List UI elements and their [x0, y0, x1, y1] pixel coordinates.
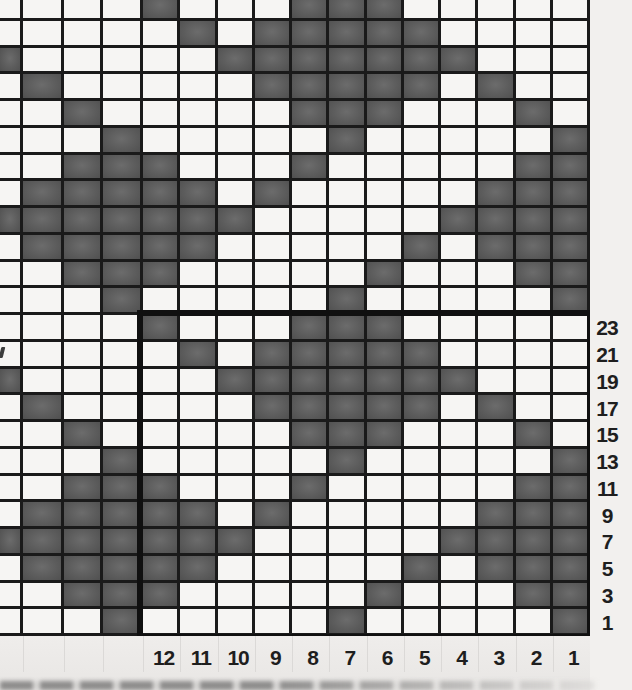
stitch-cell-light [23, 476, 64, 503]
stitch-cell-dark [553, 556, 590, 583]
stitch-cell-dark [329, 395, 366, 422]
stitch-cell-dark [404, 74, 441, 101]
stitch-cell-light [255, 235, 292, 262]
stitch-cell-light [143, 449, 180, 476]
stitch-cell-light [292, 583, 329, 610]
stitch-cell-light [23, 48, 64, 75]
stitch-cell-dark [103, 476, 143, 503]
stitch-cell-light [64, 0, 103, 21]
stitch-cell-light [180, 74, 217, 101]
row-number-label: 21 [590, 342, 624, 369]
stitch-cell-light [103, 315, 143, 342]
stitch-cell-light [404, 609, 441, 636]
stitch-cell-light [0, 128, 23, 155]
stitch-cell-dark [103, 208, 143, 235]
stitch-cell-dark [478, 235, 515, 262]
stitch-cell-dark [143, 235, 180, 262]
stitch-cell-light [218, 609, 255, 636]
stitch-cell-dark [367, 262, 404, 289]
stitch-cell-dark [404, 235, 441, 262]
row-number-label: 9 [590, 502, 624, 529]
stitch-cell-dark [180, 342, 217, 369]
stitch-cell-dark [143, 502, 180, 529]
stitch-cell-dark [143, 476, 180, 503]
stitch-cell-light [180, 369, 217, 396]
stitch-cell-light [64, 128, 103, 155]
stitch-cell-light [478, 0, 515, 21]
stitch-cell-dark [64, 181, 103, 208]
stitch-cell-light [23, 128, 64, 155]
stitch-cell-dark [292, 21, 329, 48]
stitch-cell-light [329, 583, 366, 610]
stitch-cell-light [404, 529, 441, 556]
stitch-cell-light [255, 315, 292, 342]
stitch-cell-light [478, 369, 515, 396]
stitch-cell-light [367, 502, 404, 529]
stitch-cell-dark [404, 21, 441, 48]
stitch-cell-light [404, 315, 441, 342]
stitch-cell-light [404, 262, 441, 289]
stitch-cell-light [64, 449, 103, 476]
stitch-cell-light [218, 128, 255, 155]
stitch-cell-light [292, 288, 329, 315]
column-number-label: 2 [531, 646, 542, 670]
stitch-cell-light [516, 128, 553, 155]
stitch-cell-light [292, 449, 329, 476]
ghost-gridline [553, 636, 554, 672]
ghost-gridline [23, 636, 24, 672]
stitch-cell-dark [329, 288, 366, 315]
stitch-cell-light [478, 476, 515, 503]
stitch-cell-light [23, 342, 64, 369]
stitch-cell-light [404, 476, 441, 503]
stitch-cell-dark [478, 74, 515, 101]
stitch-cell-light [0, 449, 23, 476]
stitch-cell-light [0, 288, 23, 315]
stitch-cell-dark [180, 235, 217, 262]
stitch-cell-dark [180, 208, 217, 235]
stitch-cell-dark [478, 208, 515, 235]
stitch-cell-dark [255, 74, 292, 101]
stitch-cell-light [441, 315, 478, 342]
stitch-cell-dark [553, 476, 590, 503]
stitch-cell-light [478, 21, 515, 48]
stitch-cell-light [180, 315, 217, 342]
stitch-cell-dark [367, 48, 404, 75]
ghost-gridline [404, 636, 405, 672]
stitch-cell-light [143, 74, 180, 101]
stitch-cell-light [23, 262, 64, 289]
stitch-cell-light [23, 583, 64, 610]
stitch-cell-light [367, 449, 404, 476]
stitch-cell-dark [23, 529, 64, 556]
stitch-cell-light [404, 0, 441, 21]
stitch-cell-light [367, 529, 404, 556]
stitch-cell-dark [143, 583, 180, 610]
column-number-label: 7 [345, 646, 356, 670]
stitch-cell-dark [329, 609, 366, 636]
stitch-cell-light [0, 74, 23, 101]
stitch-cell-light [0, 0, 23, 21]
stitch-cell-light [218, 583, 255, 610]
stitch-cell-dark [180, 181, 217, 208]
stitch-cell-dark [180, 529, 217, 556]
stitch-cell-dark [64, 262, 103, 289]
ghost-gridline [292, 636, 293, 672]
stitch-cell-dark [292, 342, 329, 369]
stitch-cell-light [329, 502, 366, 529]
stitch-cell-dark [255, 395, 292, 422]
stitch-cell-light [0, 101, 23, 128]
stitch-cell-dark [329, 101, 366, 128]
stitch-cell-light [23, 101, 64, 128]
stitch-cell-light [404, 208, 441, 235]
stitch-cell-light [329, 155, 366, 182]
stitch-cell-dark [103, 128, 143, 155]
stitch-cell-dark [0, 48, 23, 75]
stitch-cell-dark [292, 48, 329, 75]
row-number-label: 15 [590, 422, 624, 449]
column-number-label: 11 [191, 646, 211, 670]
stitch-cell-light [441, 583, 478, 610]
stitch-cell-light [441, 422, 478, 449]
stitch-cell-dark [103, 609, 143, 636]
stitch-cell-light [367, 208, 404, 235]
stitch-cell-dark [404, 395, 441, 422]
stitch-cell-dark [553, 449, 590, 476]
stitch-cell-light [0, 422, 23, 449]
stitch-cell-light [441, 155, 478, 182]
stitch-cell-light [180, 262, 217, 289]
stitch-cell-dark [23, 74, 64, 101]
stitch-cell-light [553, 74, 590, 101]
stitch-cell-dark [143, 262, 180, 289]
stitch-cell-light [143, 395, 180, 422]
stitch-cell-dark [553, 128, 590, 155]
stitch-cell-light [441, 609, 478, 636]
stitch-cell-light [441, 556, 478, 583]
stitch-cell-light [0, 155, 23, 182]
stitch-cell-light [553, 342, 590, 369]
stitch-cell-dark [255, 48, 292, 75]
stitch-cell-light [23, 315, 64, 342]
stitch-cell-dark [404, 342, 441, 369]
stitch-cell-dark [64, 208, 103, 235]
stitch-cell-light [218, 476, 255, 503]
stitch-cell-light [218, 235, 255, 262]
stitch-cell-light [143, 288, 180, 315]
stitch-cell-dark [218, 208, 255, 235]
stitch-cell-light [23, 288, 64, 315]
stitch-cell-light [292, 609, 329, 636]
stitch-cell-dark [255, 181, 292, 208]
stitch-cell-light [404, 583, 441, 610]
stitch-cell-light [367, 288, 404, 315]
stitch-cell-dark [103, 288, 143, 315]
stitch-cell-dark [103, 449, 143, 476]
stitch-cell-light [180, 476, 217, 503]
row-number-label: 19 [590, 369, 624, 396]
stitch-cell-dark [367, 369, 404, 396]
stitch-cell-light [64, 609, 103, 636]
ghost-gridline [516, 636, 517, 672]
stitch-cell-light [516, 395, 553, 422]
stitch-cell-light [516, 609, 553, 636]
stitch-cell-dark [553, 262, 590, 289]
stitch-cell-dark [255, 21, 292, 48]
stitch-cell-light [143, 609, 180, 636]
column-number-label: 3 [494, 646, 505, 670]
stitch-cell-light [441, 449, 478, 476]
stitch-cell-light [0, 342, 23, 369]
stitch-cell-dark [23, 556, 64, 583]
stitch-cell-light [180, 395, 217, 422]
column-number-label: 10 [227, 646, 248, 670]
stitch-cell-light [103, 21, 143, 48]
stitch-cell-light [255, 0, 292, 21]
stitch-cell-light [367, 556, 404, 583]
stitch-cell-dark [553, 529, 590, 556]
stitch-cell-light [516, 74, 553, 101]
stitch-cell-dark [64, 101, 103, 128]
stitch-cell-light [180, 609, 217, 636]
stitch-cell-dark [367, 21, 404, 48]
stitch-cell-light [180, 101, 217, 128]
stitch-cell-light [0, 476, 23, 503]
stitch-cell-dark [553, 609, 590, 636]
column-number-label: 9 [270, 646, 281, 670]
stitch-cell-dark [478, 502, 515, 529]
stitch-cell-dark [516, 502, 553, 529]
stitch-cell-light [64, 74, 103, 101]
stitch-cell-light [292, 502, 329, 529]
stitch-cell-dark [367, 395, 404, 422]
stitch-cell-light [180, 422, 217, 449]
stitch-cell-dark [218, 48, 255, 75]
stitch-cell-light [23, 369, 64, 396]
stitch-cell-dark [255, 369, 292, 396]
stitch-cell-light [143, 21, 180, 48]
stitch-cell-dark [516, 235, 553, 262]
stitch-cell-light [0, 262, 23, 289]
stitch-cell-dark [367, 74, 404, 101]
stitch-cell-light [329, 181, 366, 208]
stitch-cell-dark [329, 0, 366, 21]
stitch-cell-light [218, 502, 255, 529]
stitch-cell-dark [292, 422, 329, 449]
stitch-cell-light [441, 262, 478, 289]
stitch-cell-light [180, 288, 217, 315]
stitch-cell-light [367, 476, 404, 503]
stitch-cell-dark [478, 395, 515, 422]
stitch-cell-dark [103, 235, 143, 262]
stitch-cell-dark [292, 74, 329, 101]
stitch-cell-light [23, 21, 64, 48]
stitch-cell-dark [478, 556, 515, 583]
stitch-cell-dark [516, 476, 553, 503]
stitch-cell-light [553, 315, 590, 342]
stitch-cell-light [103, 395, 143, 422]
stitch-cell-light [478, 609, 515, 636]
stitch-cell-light [329, 556, 366, 583]
stitch-cell-dark [329, 422, 366, 449]
stitch-cell-dark [64, 556, 103, 583]
stitch-cell-light [516, 21, 553, 48]
stitch-cell-light [255, 288, 292, 315]
stitch-cell-dark [143, 0, 180, 21]
stitch-cell-light [367, 181, 404, 208]
stitch-cell-light [441, 21, 478, 48]
stitch-cell-light [516, 288, 553, 315]
stitch-cell-dark [329, 74, 366, 101]
stitch-cell-light [478, 48, 515, 75]
column-number-label: 12 [153, 646, 174, 670]
stitch-cell-light [441, 128, 478, 155]
stitch-cell-light [218, 422, 255, 449]
ghost-gridline [180, 636, 181, 672]
ghost-gridline [441, 636, 442, 672]
row-number-label: 5 [590, 556, 624, 583]
stitch-cell-dark [23, 395, 64, 422]
stitch-cell-light [441, 502, 478, 529]
stitch-cell-dark [329, 48, 366, 75]
stitch-cell-dark [64, 529, 103, 556]
stitch-cell-dark [329, 369, 366, 396]
stitch-cell-dark [180, 502, 217, 529]
stitch-cell-light [292, 556, 329, 583]
stitch-cell-light [180, 449, 217, 476]
stitch-cell-light [367, 609, 404, 636]
ghost-gridline [255, 636, 256, 672]
stitch-cell-light [103, 74, 143, 101]
stitch-cell-dark [64, 583, 103, 610]
stitch-cell-light [0, 315, 23, 342]
stitch-cell-light [553, 48, 590, 75]
stitch-cell-dark [103, 262, 143, 289]
stitch-cell-light [103, 342, 143, 369]
stitch-cell-light [0, 181, 23, 208]
stitch-cell-light [64, 369, 103, 396]
stitch-cell-light [23, 609, 64, 636]
stitch-cell-light [143, 369, 180, 396]
stitch-cell-light [180, 155, 217, 182]
stitch-cell-light [103, 369, 143, 396]
ghost-gridline [64, 636, 65, 672]
stitch-cell-light [218, 0, 255, 21]
stitch-cell-dark [143, 155, 180, 182]
stitch-cell-light [292, 128, 329, 155]
stitch-cell-dark [103, 556, 143, 583]
stitch-cell-light [64, 395, 103, 422]
stitch-cell-dark [553, 235, 590, 262]
stitch-cell-light [143, 342, 180, 369]
stitch-cell-light [329, 529, 366, 556]
stitch-cell-light [404, 288, 441, 315]
stitch-cell-light [441, 0, 478, 21]
stitch-cell-light [404, 155, 441, 182]
stitch-cell-dark [292, 395, 329, 422]
stitch-cell-light [255, 128, 292, 155]
stitch-cell-light [329, 208, 366, 235]
stitch-cell-light [516, 48, 553, 75]
stitch-cell-dark [516, 155, 553, 182]
stitch-cell-light [0, 609, 23, 636]
stitch-cell-dark [143, 208, 180, 235]
stitch-cell-dark [0, 529, 23, 556]
stitch-cell-dark [329, 128, 366, 155]
stitch-cell-dark [292, 369, 329, 396]
stitch-cell-dark [367, 422, 404, 449]
row-number-label: 1 [590, 609, 624, 636]
stitch-cell-dark [218, 369, 255, 396]
stitch-cell-light [553, 369, 590, 396]
column-number-label: 5 [419, 646, 430, 670]
stitch-cell-light [143, 128, 180, 155]
stitch-cell-light [218, 74, 255, 101]
stitch-cell-light [516, 342, 553, 369]
stitch-cell-light [329, 235, 366, 262]
stitch-cell-dark [516, 583, 553, 610]
stitch-cell-dark [367, 583, 404, 610]
stitch-cell-light [553, 21, 590, 48]
stitch-cell-dark [23, 502, 64, 529]
stitch-cell-light [441, 74, 478, 101]
stitch-cell-light [255, 208, 292, 235]
stitch-cell-light [292, 235, 329, 262]
stitch-cell-light [143, 101, 180, 128]
stitch-cell-light [404, 128, 441, 155]
stitch-cell-light [0, 395, 23, 422]
stitch-cell-light [218, 155, 255, 182]
knitting-chart: 2321191715131197531 121110987654321 [0, 0, 632, 690]
stitch-cell-light [478, 288, 515, 315]
stitch-cell-light [103, 0, 143, 21]
stitch-cell-light [441, 181, 478, 208]
column-number-label: 4 [456, 646, 467, 670]
stitch-cell-light [64, 48, 103, 75]
stitch-cell-light [23, 0, 64, 21]
stitch-cell-dark [553, 208, 590, 235]
stitch-cell-dark [516, 181, 553, 208]
stitch-cell-light [441, 476, 478, 503]
row-number-label: 13 [590, 449, 624, 476]
stitch-cell-light [441, 235, 478, 262]
stitch-cell-light [218, 21, 255, 48]
stitch-cell-dark [218, 529, 255, 556]
stitch-cell-dark [23, 208, 64, 235]
stitch-cell-dark [478, 181, 515, 208]
column-number-label: 8 [307, 646, 318, 670]
stitch-cell-light [23, 449, 64, 476]
stitch-cell-light [516, 449, 553, 476]
stitch-cell-light [255, 609, 292, 636]
stitch-cell-light [180, 0, 217, 21]
stitch-cell-dark [553, 288, 590, 315]
stitch-cell-dark [553, 502, 590, 529]
stitch-cell-light [0, 556, 23, 583]
stitch-cell-dark [292, 155, 329, 182]
stitch-cell-dark [23, 235, 64, 262]
stitch-cell-light [255, 476, 292, 503]
stitch-cell-dark [180, 556, 217, 583]
stitch-cell-light [180, 48, 217, 75]
ghost-gridline [367, 636, 368, 672]
stitch-cell-dark [64, 502, 103, 529]
stitch-cell-light [180, 583, 217, 610]
stitch-cell-light [255, 583, 292, 610]
stitch-cell-dark [103, 155, 143, 182]
stitch-cell-dark [292, 315, 329, 342]
